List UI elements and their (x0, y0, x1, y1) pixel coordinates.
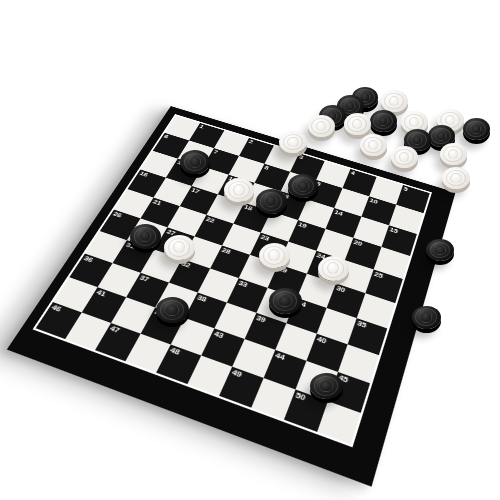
board-frame: 1234567891011121314151617181920212223242… (7, 106, 456, 487)
square-number: 25 (373, 271, 383, 280)
white-checker[interactable] (279, 131, 307, 153)
square-number: 40 (316, 335, 327, 345)
square-number: 41 (95, 289, 107, 298)
square-number: 44 (274, 352, 286, 362)
square-number: 23 (259, 234, 269, 242)
square-number: 3 (298, 154, 304, 160)
square-number: 6 (163, 134, 169, 140)
square-number: 20 (353, 239, 363, 247)
square-number: 39 (255, 314, 266, 324)
photo-scene: 1234567891011121314151617181920212223242… (0, 0, 500, 500)
square-number: 4 (350, 170, 356, 176)
white-checker-on-23[interactable] (259, 243, 290, 268)
black-checker[interactable] (463, 118, 490, 140)
square-number: 2 (248, 139, 254, 145)
square-number: 49 (230, 368, 242, 379)
square-number: 33 (237, 280, 248, 289)
square-number: 43 (213, 330, 225, 340)
white-checker-on-24[interactable] (318, 256, 349, 281)
square-number: 1 (198, 124, 204, 130)
square-number: 8 (263, 165, 269, 171)
white-checker[interactable] (442, 167, 470, 189)
square-number: 21 (151, 199, 162, 207)
black-checker[interactable] (370, 110, 397, 132)
square-number: 50 (294, 391, 306, 402)
black-checker-on-50[interactable] (310, 373, 343, 399)
square-number: 17 (190, 187, 200, 195)
square-number: 37 (138, 274, 150, 283)
square-number: 30 (335, 285, 346, 294)
black-checker[interactable] (180, 150, 210, 174)
black-checker[interactable] (256, 189, 287, 214)
white-checker[interactable] (344, 113, 371, 135)
square-number: 19 (297, 221, 307, 229)
square-number: 18 (243, 204, 253, 212)
white-checker-on-27[interactable] (164, 235, 195, 260)
white-checker[interactable] (360, 134, 387, 156)
black-checker[interactable] (130, 224, 161, 249)
square-number: 14 (333, 209, 343, 217)
white-checker[interactable] (308, 115, 335, 137)
square-number: 47 (108, 325, 120, 335)
black-checker[interactable] (288, 174, 318, 198)
black-checker[interactable] (426, 239, 454, 261)
white-checker[interactable] (391, 146, 418, 168)
square-number: 36 (82, 255, 94, 264)
square-number: 28 (220, 247, 231, 256)
white-checker-on-12[interactable] (224, 178, 254, 202)
checkers-product-photo: { "game": "checkers (international draug… (0, 0, 500, 500)
square-number: 35 (356, 320, 367, 330)
square-number: 7 (212, 149, 218, 155)
square-number: 10 (369, 198, 378, 206)
black-checker-on-39[interactable] (269, 288, 302, 314)
square-number: 46 (50, 304, 62, 314)
draughts-board: 1234567891011121314151617181920212223242… (36, 116, 430, 445)
white-checker[interactable] (381, 90, 408, 112)
square-number: 15 (389, 227, 399, 235)
square-number: 5 (403, 186, 408, 192)
black-checker[interactable] (412, 306, 441, 329)
board-pinstripe: 1234567891011121314151617181920212223242… (33, 114, 432, 447)
square-number: 38 (196, 294, 207, 303)
square-number: 22 (205, 216, 216, 224)
square-number: 32 (180, 260, 191, 269)
square-number: 48 (168, 346, 180, 356)
square-number: 26 (112, 211, 123, 219)
black-checker-on-42[interactable] (156, 297, 189, 323)
square-number: 16 (138, 171, 148, 178)
white-checker[interactable] (440, 143, 467, 165)
